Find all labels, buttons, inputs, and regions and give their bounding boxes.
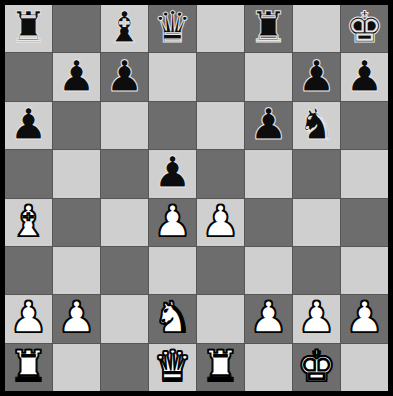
square-a6[interactable]: ♟	[5, 102, 52, 149]
square-g3[interactable]	[293, 247, 340, 294]
square-h6[interactable]	[341, 102, 388, 149]
square-g4[interactable]	[293, 199, 340, 246]
square-c2[interactable]	[101, 295, 148, 342]
black-pawn[interactable]: ♟	[9, 103, 48, 146]
black-rook[interactable]: ♜	[9, 6, 48, 49]
square-a3[interactable]	[5, 247, 52, 294]
square-e3[interactable]	[197, 247, 244, 294]
black-king[interactable]: ♚	[345, 6, 384, 49]
square-b7[interactable]: ♟	[53, 53, 100, 100]
white-pawn[interactable]: ♟	[57, 296, 96, 339]
square-f3[interactable]	[245, 247, 292, 294]
square-d3[interactable]	[149, 247, 196, 294]
square-a2[interactable]: ♟	[5, 295, 52, 342]
square-g8[interactable]	[293, 5, 340, 52]
square-a4[interactable]: ♝	[5, 199, 52, 246]
square-c6[interactable]	[101, 102, 148, 149]
square-f5[interactable]	[245, 150, 292, 197]
square-e2[interactable]	[197, 295, 244, 342]
white-pawn[interactable]: ♟	[345, 296, 384, 339]
black-rook[interactable]: ♜	[249, 6, 288, 49]
square-f4[interactable]	[245, 199, 292, 246]
square-h5[interactable]	[341, 150, 388, 197]
square-b4[interactable]	[53, 199, 100, 246]
square-d5[interactable]: ♟	[149, 150, 196, 197]
square-d2[interactable]: ♞	[149, 295, 196, 342]
square-b3[interactable]	[53, 247, 100, 294]
black-knight[interactable]: ♞	[297, 103, 336, 146]
black-pawn[interactable]: ♟	[249, 103, 288, 146]
square-d8[interactable]: ♛	[149, 5, 196, 52]
white-pawn[interactable]: ♟	[9, 296, 48, 339]
square-h2[interactable]: ♟	[341, 295, 388, 342]
square-c3[interactable]	[101, 247, 148, 294]
square-c8[interactable]: ♝	[101, 5, 148, 52]
white-pawn[interactable]: ♟	[297, 296, 336, 339]
square-e7[interactable]	[197, 53, 244, 100]
square-d6[interactable]	[149, 102, 196, 149]
square-g5[interactable]	[293, 150, 340, 197]
square-h8[interactable]: ♚	[341, 5, 388, 52]
square-d4[interactable]: ♟	[149, 199, 196, 246]
square-c4[interactable]	[101, 199, 148, 246]
square-d1[interactable]: ♛	[149, 344, 196, 391]
square-h3[interactable]	[341, 247, 388, 294]
square-c5[interactable]	[101, 150, 148, 197]
square-f2[interactable]: ♟	[245, 295, 292, 342]
board: ♜♝♛♜♚♟♟♟♟♟♟♞♟♝♟♟♟♟♞♟♟♟♜♛♜♚	[5, 5, 388, 391]
white-pawn[interactable]: ♟	[201, 200, 240, 243]
square-b1[interactable]	[53, 344, 100, 391]
white-knight[interactable]: ♞	[153, 296, 192, 339]
square-b5[interactable]	[53, 150, 100, 197]
square-g7[interactable]: ♟	[293, 53, 340, 100]
black-queen[interactable]: ♛	[153, 6, 192, 49]
white-bishop[interactable]: ♝	[9, 200, 48, 243]
square-d7[interactable]	[149, 53, 196, 100]
square-e6[interactable]	[197, 102, 244, 149]
square-e8[interactable]	[197, 5, 244, 52]
square-b2[interactable]: ♟	[53, 295, 100, 342]
black-pawn[interactable]: ♟	[105, 55, 144, 98]
square-a7[interactable]	[5, 53, 52, 100]
square-f7[interactable]	[245, 53, 292, 100]
square-a8[interactable]: ♜	[5, 5, 52, 52]
square-f6[interactable]: ♟	[245, 102, 292, 149]
white-king[interactable]: ♚	[297, 345, 336, 388]
square-e4[interactable]: ♟	[197, 199, 244, 246]
black-pawn[interactable]: ♟	[153, 151, 192, 194]
white-pawn[interactable]: ♟	[153, 200, 192, 243]
square-g6[interactable]: ♞	[293, 102, 340, 149]
square-a1[interactable]: ♜	[5, 344, 52, 391]
square-h1[interactable]	[341, 344, 388, 391]
white-pawn[interactable]: ♟	[249, 296, 288, 339]
square-f1[interactable]	[245, 344, 292, 391]
square-g1[interactable]: ♚	[293, 344, 340, 391]
square-b6[interactable]	[53, 102, 100, 149]
white-rook[interactable]: ♜	[9, 345, 48, 388]
black-pawn[interactable]: ♟	[57, 55, 96, 98]
square-b8[interactable]	[53, 5, 100, 52]
black-pawn[interactable]: ♟	[297, 55, 336, 98]
square-h4[interactable]	[341, 199, 388, 246]
square-h7[interactable]: ♟	[341, 53, 388, 100]
square-e5[interactable]	[197, 150, 244, 197]
square-c1[interactable]	[101, 344, 148, 391]
square-f8[interactable]: ♜	[245, 5, 292, 52]
square-a5[interactable]	[5, 150, 52, 197]
white-queen[interactable]: ♛	[153, 345, 192, 388]
black-pawn[interactable]: ♟	[345, 55, 384, 98]
black-bishop[interactable]: ♝	[105, 6, 144, 49]
square-c7[interactable]: ♟	[101, 53, 148, 100]
white-rook[interactable]: ♜	[201, 345, 240, 388]
square-g2[interactable]: ♟	[293, 295, 340, 342]
board-frame: ♜♝♛♜♚♟♟♟♟♟♟♞♟♝♟♟♟♟♞♟♟♟♜♛♜♚	[0, 0, 393, 396]
square-e1[interactable]: ♜	[197, 344, 244, 391]
